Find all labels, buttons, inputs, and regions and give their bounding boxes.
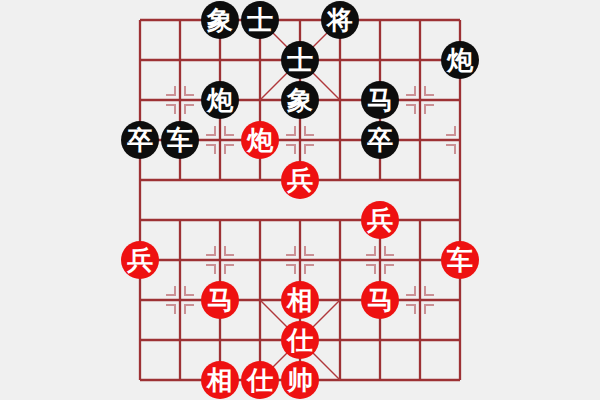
piece-black-horse[interactable]: 马 [361,81,399,119]
piece-black-cannon[interactable]: 炮 [441,41,479,79]
xiangqi-screenshot: 象士将士炮炮象马卒车炮卒兵兵兵车马相马仕相仕帅 [0,0,600,400]
piece-black-elephant[interactable]: 象 [201,1,239,39]
piece-black-advisor[interactable]: 士 [241,1,279,39]
piece-red-chariot[interactable]: 车 [441,241,479,279]
piece-black-general[interactable]: 将 [321,1,359,39]
piece-red-horse[interactable]: 马 [361,281,399,319]
piece-black-advisor[interactable]: 士 [281,41,319,79]
piece-black-soldier[interactable]: 卒 [361,121,399,159]
piece-red-cannon[interactable]: 炮 [241,121,279,159]
piece-black-soldier[interactable]: 卒 [121,121,159,159]
piece-red-advisor[interactable]: 仕 [281,321,319,359]
piece-red-horse[interactable]: 马 [201,281,239,319]
piece-red-general[interactable]: 帅 [281,361,319,399]
piece-red-advisor[interactable]: 仕 [241,361,279,399]
piece-red-soldier[interactable]: 兵 [121,241,159,279]
piece-red-elephant[interactable]: 相 [281,281,319,319]
piece-black-elephant[interactable]: 象 [281,81,319,119]
piece-red-elephant[interactable]: 相 [201,361,239,399]
xiangqi-board[interactable]: 象士将士炮炮象马卒车炮卒兵兵兵车马相马仕相仕帅 [120,0,480,400]
piece-black-chariot[interactable]: 车 [161,121,199,159]
piece-red-soldier[interactable]: 兵 [361,201,399,239]
piece-black-cannon[interactable]: 炮 [201,81,239,119]
piece-red-soldier[interactable]: 兵 [281,161,319,199]
